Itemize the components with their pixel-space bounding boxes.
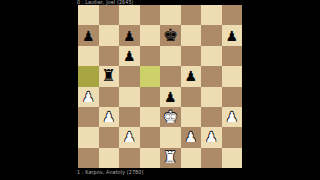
black-pawn-f5: ♟ <box>184 69 197 83</box>
square-a4[interactable]: ♟ <box>78 87 99 107</box>
square-c8[interactable] <box>119 5 140 25</box>
square-h4[interactable] <box>222 87 243 107</box>
black-pawn-h7: ♟ <box>225 28 238 42</box>
black-pawn-c6: ♟ <box>123 48 136 62</box>
square-b8[interactable] <box>99 5 120 25</box>
square-a7[interactable]: ♟ <box>78 25 99 45</box>
square-b7[interactable] <box>99 25 120 45</box>
square-g3[interactable] <box>201 107 222 127</box>
square-g6[interactable] <box>201 46 222 66</box>
bottom-player-label: 1 : Karpov, Anatoly (2780) <box>77 170 143 175</box>
square-g1[interactable] <box>201 148 222 168</box>
square-f1[interactable] <box>181 148 202 168</box>
square-e8[interactable] <box>160 5 181 25</box>
square-e3[interactable]: ♚ <box>160 107 181 127</box>
square-a5[interactable] <box>78 66 99 86</box>
square-h8[interactable] <box>222 5 243 25</box>
square-c7[interactable]: ♟ <box>119 25 140 45</box>
square-f5[interactable]: ♟ <box>181 66 202 86</box>
white-pawn-g2: ♟ <box>205 130 218 144</box>
square-g8[interactable] <box>201 5 222 25</box>
square-c5[interactable] <box>119 66 140 86</box>
black-king-e7: ♚ <box>163 27 178 44</box>
square-e4[interactable]: ♟ <box>160 87 181 107</box>
square-d8[interactable] <box>140 5 161 25</box>
square-d7[interactable] <box>140 25 161 45</box>
square-c4[interactable] <box>119 87 140 107</box>
square-g4[interactable] <box>201 87 222 107</box>
square-h1[interactable] <box>222 148 243 168</box>
square-d4[interactable] <box>140 87 161 107</box>
square-d1[interactable] <box>140 148 161 168</box>
white-pawn-f2: ♟ <box>184 130 197 144</box>
square-h2[interactable] <box>222 127 243 147</box>
square-a1[interactable] <box>78 148 99 168</box>
video-frame: 0 : Lautier, Joel (2645) ♟♟♚♟♟♜♟♟♟♟♚♟♟♟♟… <box>0 0 320 180</box>
square-b2[interactable] <box>99 127 120 147</box>
square-b1[interactable] <box>99 148 120 168</box>
square-h5[interactable] <box>222 66 243 86</box>
square-f2[interactable]: ♟ <box>181 127 202 147</box>
square-f4[interactable] <box>181 87 202 107</box>
square-a8[interactable] <box>78 5 99 25</box>
square-a2[interactable] <box>78 127 99 147</box>
square-d2[interactable] <box>140 127 161 147</box>
square-d3[interactable] <box>140 107 161 127</box>
square-e7[interactable]: ♚ <box>160 25 181 45</box>
square-e5[interactable] <box>160 66 181 86</box>
square-f3[interactable] <box>181 107 202 127</box>
square-g2[interactable]: ♟ <box>201 127 222 147</box>
square-c3[interactable] <box>119 107 140 127</box>
black-pawn-e4: ♟ <box>164 89 177 103</box>
top-player-label: 0 : Lautier, Joel (2645) <box>77 0 134 5</box>
white-pawn-h3: ♟ <box>225 110 238 124</box>
letterbox-left <box>0 0 78 180</box>
square-d6[interactable] <box>140 46 161 66</box>
black-rook-b5: ♜ <box>102 68 116 84</box>
square-e1[interactable]: ♜ <box>160 148 181 168</box>
square-b4[interactable] <box>99 87 120 107</box>
square-h3[interactable]: ♟ <box>222 107 243 127</box>
square-c2[interactable]: ♟ <box>119 127 140 147</box>
chess-board[interactable]: ♟♟♚♟♟♜♟♟♟♟♚♟♟♟♟♜ <box>78 5 242 168</box>
white-pawn-c2: ♟ <box>123 130 136 144</box>
square-f8[interactable] <box>181 5 202 25</box>
square-d5[interactable] <box>140 66 161 86</box>
square-c6[interactable]: ♟ <box>119 46 140 66</box>
square-b5[interactable]: ♜ <box>99 66 120 86</box>
letterbox-right <box>242 0 320 180</box>
white-pawn-a4: ♟ <box>82 89 95 103</box>
square-a3[interactable] <box>78 107 99 127</box>
white-rook-e1: ♜ <box>163 149 177 165</box>
square-g7[interactable] <box>201 25 222 45</box>
square-a6[interactable] <box>78 46 99 66</box>
square-b3[interactable]: ♟ <box>99 107 120 127</box>
white-king-e3: ♚ <box>163 108 178 125</box>
square-e2[interactable] <box>160 127 181 147</box>
square-e6[interactable] <box>160 46 181 66</box>
square-f6[interactable] <box>181 46 202 66</box>
square-g5[interactable] <box>201 66 222 86</box>
square-h7[interactable]: ♟ <box>222 25 243 45</box>
black-pawn-a7: ♟ <box>82 28 95 42</box>
square-b6[interactable] <box>99 46 120 66</box>
square-h6[interactable] <box>222 46 243 66</box>
square-f7[interactable] <box>181 25 202 45</box>
white-pawn-b3: ♟ <box>102 110 115 124</box>
black-pawn-c7: ♟ <box>123 28 136 42</box>
square-c1[interactable] <box>119 148 140 168</box>
